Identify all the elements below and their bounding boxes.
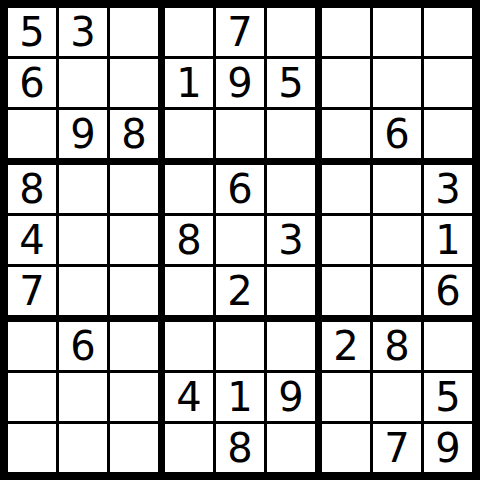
cell-r1c9[interactable] (424, 8, 472, 59)
cell-r1c3[interactable] (110, 8, 165, 59)
cell-r6c5[interactable]: 2 (216, 267, 267, 322)
cell-r6c1[interactable]: 7 (8, 267, 59, 322)
cell-r7c1[interactable] (8, 322, 59, 373)
cell-r3c9[interactable] (424, 110, 472, 165)
cell-r8c2[interactable] (59, 373, 110, 424)
cell-r1c5[interactable]: 7 (216, 8, 267, 59)
cell-r3c8[interactable]: 6 (373, 110, 424, 165)
cell-r9c5[interactable]: 8 (216, 424, 267, 472)
cell-r6c4[interactable] (165, 267, 216, 322)
cell-r8c7[interactable] (322, 373, 373, 424)
cell-r9c9[interactable]: 9 (424, 424, 472, 472)
cell-r7c7[interactable]: 2 (322, 322, 373, 373)
cell-r9c4[interactable] (165, 424, 216, 472)
cell-r2c2[interactable] (59, 59, 110, 110)
cell-r4c6[interactable] (267, 165, 322, 216)
cell-r2c5[interactable]: 9 (216, 59, 267, 110)
cell-r1c2[interactable]: 3 (59, 8, 110, 59)
cell-r3c2[interactable]: 9 (59, 110, 110, 165)
cell-r9c6[interactable] (267, 424, 322, 472)
cell-r5c6[interactable]: 3 (267, 216, 322, 267)
cell-r8c1[interactable] (8, 373, 59, 424)
cell-r9c8[interactable]: 7 (373, 424, 424, 472)
cell-r2c1[interactable]: 6 (8, 59, 59, 110)
cell-r3c1[interactable] (8, 110, 59, 165)
cell-r4c7[interactable] (322, 165, 373, 216)
cell-r2c7[interactable] (322, 59, 373, 110)
cell-r2c9[interactable] (424, 59, 472, 110)
cell-r2c3[interactable] (110, 59, 165, 110)
cell-r4c1[interactable]: 8 (8, 165, 59, 216)
cell-r5c7[interactable] (322, 216, 373, 267)
cell-r4c9[interactable]: 3 (424, 165, 472, 216)
cell-r6c2[interactable] (59, 267, 110, 322)
cell-r8c4[interactable]: 4 (165, 373, 216, 424)
cell-r7c9[interactable] (424, 322, 472, 373)
cell-r8c6[interactable]: 9 (267, 373, 322, 424)
cell-r6c3[interactable] (110, 267, 165, 322)
cell-r1c1[interactable]: 5 (8, 8, 59, 59)
cell-r7c3[interactable] (110, 322, 165, 373)
cell-r6c8[interactable] (373, 267, 424, 322)
cell-r7c6[interactable] (267, 322, 322, 373)
cell-r8c8[interactable] (373, 373, 424, 424)
cell-r7c4[interactable] (165, 322, 216, 373)
cell-r5c9[interactable]: 1 (424, 216, 472, 267)
cell-r6c9[interactable]: 6 (424, 267, 472, 322)
cell-r8c9[interactable]: 5 (424, 373, 472, 424)
cell-r9c3[interactable] (110, 424, 165, 472)
cell-r7c2[interactable]: 6 (59, 322, 110, 373)
cell-r2c6[interactable]: 5 (267, 59, 322, 110)
cell-r6c7[interactable] (322, 267, 373, 322)
cell-r7c5[interactable] (216, 322, 267, 373)
cell-r5c2[interactable] (59, 216, 110, 267)
cell-r8c3[interactable] (110, 373, 165, 424)
cell-r4c8[interactable] (373, 165, 424, 216)
cell-r9c7[interactable] (322, 424, 373, 472)
cell-r3c6[interactable] (267, 110, 322, 165)
cell-r5c4[interactable]: 8 (165, 216, 216, 267)
cell-r5c3[interactable] (110, 216, 165, 267)
cell-r1c4[interactable] (165, 8, 216, 59)
cell-r5c5[interactable] (216, 216, 267, 267)
cell-r5c8[interactable] (373, 216, 424, 267)
cell-r4c2[interactable] (59, 165, 110, 216)
cell-r2c8[interactable] (373, 59, 424, 110)
sudoku-board: 537619598686348317266284195879 (0, 0, 480, 480)
cell-r2c4[interactable]: 1 (165, 59, 216, 110)
cell-r9c2[interactable] (59, 424, 110, 472)
cell-r1c8[interactable] (373, 8, 424, 59)
cell-r3c5[interactable] (216, 110, 267, 165)
cell-r7c8[interactable]: 8 (373, 322, 424, 373)
cell-r4c5[interactable]: 6 (216, 165, 267, 216)
cell-r9c1[interactable] (8, 424, 59, 472)
cell-r5c1[interactable]: 4 (8, 216, 59, 267)
cell-r1c6[interactable] (267, 8, 322, 59)
cell-r6c6[interactable] (267, 267, 322, 322)
cell-r3c3[interactable]: 8 (110, 110, 165, 165)
cell-r3c4[interactable] (165, 110, 216, 165)
cell-r8c5[interactable]: 1 (216, 373, 267, 424)
cell-r3c7[interactable] (322, 110, 373, 165)
cell-r1c7[interactable] (322, 8, 373, 59)
cell-r4c4[interactable] (165, 165, 216, 216)
cell-r4c3[interactable] (110, 165, 165, 216)
